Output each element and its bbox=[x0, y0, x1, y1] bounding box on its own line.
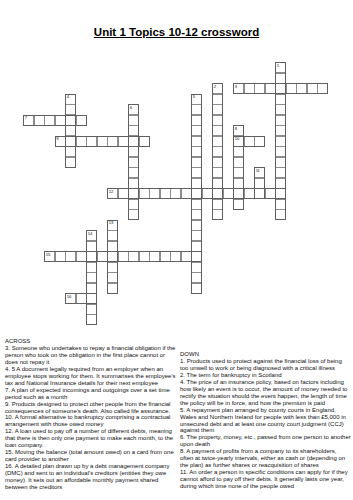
grid-cell[interactable] bbox=[118, 251, 129, 262]
grid-cell[interactable] bbox=[107, 283, 118, 294]
clue-down-5: 8. A payment of profits from a company t… bbox=[180, 448, 351, 469]
grid-cell[interactable] bbox=[191, 115, 202, 126]
grid-cell[interactable] bbox=[191, 167, 202, 178]
clue-across-7: 16. A detailed plan drawn up by a debt m… bbox=[5, 463, 177, 491]
down-clues-column: DOWN 1. Products used to protect against… bbox=[180, 351, 351, 490]
grid-cell[interactable] bbox=[286, 83, 297, 94]
grid-cell[interactable] bbox=[128, 157, 139, 168]
cell-number: 2 bbox=[214, 84, 216, 89]
grid-cell[interactable] bbox=[275, 167, 286, 178]
grid-cell[interactable] bbox=[128, 136, 139, 147]
grid-cell[interactable]: 9 bbox=[55, 136, 66, 147]
grid-cell[interactable] bbox=[233, 199, 244, 210]
grid-cell[interactable] bbox=[191, 262, 202, 273]
grid-cell[interactable]: 7 bbox=[23, 115, 34, 126]
grid-cell[interactable] bbox=[65, 104, 76, 115]
grid-cell[interactable] bbox=[275, 157, 286, 168]
grid-cell[interactable] bbox=[65, 136, 76, 147]
cell-number: 9 bbox=[56, 136, 58, 141]
grid-cell[interactable] bbox=[212, 104, 223, 115]
grid-cell[interactable] bbox=[170, 251, 181, 262]
grid-cell[interactable] bbox=[202, 188, 213, 199]
grid-cell[interactable] bbox=[128, 209, 139, 220]
grid-cell[interactable] bbox=[97, 136, 108, 147]
grid-cell[interactable]: 2 bbox=[212, 83, 223, 94]
grid-cell[interactable] bbox=[275, 209, 286, 220]
grid-cell[interactable]: 15 bbox=[44, 251, 55, 262]
grid-cell[interactable] bbox=[86, 251, 97, 262]
grid-cell[interactable] bbox=[212, 188, 223, 199]
grid-cell[interactable] bbox=[191, 199, 202, 210]
grid-cell[interactable] bbox=[86, 283, 97, 294]
grid-cell[interactable] bbox=[107, 251, 118, 262]
grid-cell[interactable] bbox=[44, 115, 55, 126]
grid-cell[interactable] bbox=[128, 125, 139, 136]
grid-cell[interactable] bbox=[65, 146, 76, 157]
grid-cell[interactable] bbox=[212, 146, 223, 157]
grid-cell[interactable] bbox=[34, 115, 45, 126]
clue-across-4: 10. A formal alternative to bankruptcy c… bbox=[5, 414, 177, 428]
grid-cell[interactable] bbox=[275, 94, 286, 105]
cell-number: 6 bbox=[130, 105, 132, 110]
grid-cell[interactable] bbox=[254, 178, 265, 189]
clue-across-2: 7. A plan of expected incomings and outg… bbox=[5, 387, 177, 401]
clue-down-3: 5. A repayment plan arranged by county c… bbox=[180, 407, 351, 435]
grid-cell[interactable] bbox=[191, 220, 202, 231]
grid-cell[interactable] bbox=[244, 188, 255, 199]
grid-cell[interactable] bbox=[107, 136, 118, 147]
grid-cell[interactable]: 8 bbox=[233, 125, 244, 136]
grid-cell[interactable] bbox=[212, 115, 223, 126]
cell-number: 8 bbox=[235, 126, 237, 131]
grid-cell[interactable]: 3 bbox=[233, 83, 244, 94]
grid-cell[interactable] bbox=[254, 83, 265, 94]
cell-number: 15 bbox=[46, 252, 50, 257]
grid-cell[interactable] bbox=[86, 304, 97, 315]
grid-cell[interactable] bbox=[233, 178, 244, 189]
clue-down-4: 6. The property, money, etc., passed fro… bbox=[180, 434, 351, 448]
grid-cell[interactable] bbox=[254, 136, 265, 147]
grid-cell[interactable] bbox=[86, 241, 97, 252]
grid-cell[interactable] bbox=[212, 199, 223, 210]
grid-cell[interactable] bbox=[55, 251, 66, 262]
grid-cell[interactable] bbox=[244, 136, 255, 147]
grid-cell[interactable] bbox=[107, 272, 118, 283]
clue-down-1: 2. The term for bankruptcy in Scotland bbox=[180, 372, 351, 379]
grid-cell[interactable] bbox=[275, 104, 286, 115]
clue-across-5: 12. A loan used to pay off a number of d… bbox=[5, 428, 177, 449]
grid-cell[interactable] bbox=[128, 199, 139, 210]
grid-cell[interactable] bbox=[275, 73, 286, 84]
grid-cell[interactable] bbox=[275, 146, 286, 157]
grid-cell[interactable]: 6 bbox=[128, 104, 139, 115]
grid-cell[interactable]: 14 bbox=[86, 230, 97, 241]
grid-cell[interactable] bbox=[212, 209, 223, 220]
grid-cell[interactable] bbox=[107, 230, 118, 241]
grid-cell[interactable] bbox=[65, 157, 76, 168]
grid-cell[interactable] bbox=[212, 125, 223, 136]
grid-cell[interactable]: 10 bbox=[233, 136, 244, 147]
grid-cell[interactable] bbox=[65, 125, 76, 136]
grid-cell[interactable]: 11 bbox=[254, 167, 265, 178]
grid-cell[interactable] bbox=[233, 188, 244, 199]
grid-cell[interactable] bbox=[275, 83, 286, 94]
cell-number: 16 bbox=[67, 294, 71, 299]
grid-cell[interactable] bbox=[265, 188, 276, 199]
grid-cell[interactable] bbox=[160, 251, 171, 262]
grid-cell[interactable] bbox=[149, 251, 160, 262]
grid-cell[interactable]: 13 bbox=[107, 220, 118, 231]
grid-cell[interactable] bbox=[191, 283, 202, 294]
cell-number: 5 bbox=[193, 94, 195, 99]
grid-cell[interactable] bbox=[86, 293, 97, 304]
grid-cell[interactable] bbox=[275, 125, 286, 136]
grid-cell[interactable] bbox=[128, 188, 139, 199]
grid-cell[interactable] bbox=[128, 178, 139, 189]
grid-cell[interactable] bbox=[65, 115, 76, 126]
grid-cell[interactable] bbox=[233, 146, 244, 157]
grid-cell[interactable] bbox=[191, 272, 202, 283]
cell-number: 13 bbox=[109, 220, 113, 225]
clue-down-0: 1. Products used to protect against the … bbox=[180, 358, 351, 372]
grid-cell[interactable] bbox=[191, 104, 202, 115]
grid-cell[interactable] bbox=[223, 188, 234, 199]
cell-number: 11 bbox=[256, 168, 260, 173]
grid-cell[interactable] bbox=[191, 146, 202, 157]
grid-cell[interactable]: 16 bbox=[65, 293, 76, 304]
grid-cell[interactable] bbox=[244, 83, 255, 94]
clue-across-6: 15. Moving the balance (total amount owe… bbox=[5, 449, 177, 463]
grid-cell[interactable] bbox=[86, 272, 97, 283]
grid-cell[interactable] bbox=[191, 251, 202, 262]
grid-cell[interactable] bbox=[212, 157, 223, 168]
grid-cell[interactable] bbox=[181, 251, 192, 262]
grid-cell[interactable] bbox=[160, 188, 171, 199]
grid-cell[interactable] bbox=[275, 136, 286, 147]
grid-cell[interactable] bbox=[128, 146, 139, 157]
grid-cell[interactable] bbox=[191, 125, 202, 136]
grid-cell[interactable]: 12 bbox=[107, 188, 118, 199]
cell-number: 10 bbox=[235, 136, 239, 141]
grid-cell[interactable] bbox=[76, 136, 87, 147]
grid-cell[interactable]: 4 bbox=[65, 94, 76, 105]
grid-cell[interactable] bbox=[212, 167, 223, 178]
cell-number: 1 bbox=[277, 63, 279, 68]
grid-cell[interactable]: 1 bbox=[275, 62, 286, 73]
grid-cell[interactable] bbox=[76, 293, 87, 304]
crossword-grid: 12345678109111213141516 bbox=[0, 0, 353, 353]
grid-cell[interactable] bbox=[191, 241, 202, 252]
grid-cell[interactable] bbox=[149, 188, 160, 199]
grid-cell[interactable] bbox=[275, 199, 286, 210]
grid-cell[interactable] bbox=[191, 136, 202, 147]
grid-cell[interactable]: 5 bbox=[191, 94, 202, 105]
across-clues-column: ACROSS 3. Someone who undertakes to repa… bbox=[5, 338, 177, 491]
grid-cell[interactable] bbox=[107, 241, 118, 252]
grid-cell[interactable] bbox=[191, 188, 202, 199]
grid-cell[interactable] bbox=[118, 136, 129, 147]
clue-down-6: 11. An order a person in specific condit… bbox=[180, 469, 351, 490]
grid-cell[interactable] bbox=[317, 83, 328, 94]
grid-cell[interactable] bbox=[191, 209, 202, 220]
grid-cell[interactable] bbox=[233, 167, 244, 178]
grid-cell[interactable] bbox=[86, 262, 97, 273]
grid-cell[interactable] bbox=[86, 314, 97, 325]
grid-cell[interactable] bbox=[212, 136, 223, 147]
cell-number: 3 bbox=[235, 84, 237, 89]
grid-cell[interactable] bbox=[191, 230, 202, 241]
grid-cell[interactable] bbox=[275, 188, 286, 199]
worksheet-page: Unit 1 Topics 10-12 crossword 1234567810… bbox=[0, 0, 353, 500]
cell-number: 4 bbox=[67, 94, 69, 99]
grid-cell[interactable] bbox=[76, 251, 87, 262]
grid-cell[interactable] bbox=[307, 83, 318, 94]
grid-cell[interactable] bbox=[181, 188, 192, 199]
across-header: ACROSS bbox=[5, 338, 177, 345]
grid-cell[interactable] bbox=[107, 262, 118, 273]
grid-cell[interactable] bbox=[86, 136, 97, 147]
grid-cell[interactable] bbox=[170, 188, 181, 199]
cell-number: 12 bbox=[109, 189, 113, 194]
grid-cell[interactable] bbox=[191, 157, 202, 168]
grid-cell[interactable] bbox=[212, 94, 223, 105]
grid-cell[interactable] bbox=[139, 136, 150, 147]
grid-cell[interactable] bbox=[118, 188, 129, 199]
grid-cell[interactable] bbox=[296, 83, 307, 94]
grid-cell[interactable] bbox=[139, 188, 150, 199]
grid-cell[interactable] bbox=[139, 251, 150, 262]
grid-cell[interactable] bbox=[128, 115, 139, 126]
clue-across-0: 3. Someone who undertakes to repay a fin… bbox=[5, 345, 177, 366]
grid-cell[interactable] bbox=[212, 178, 223, 189]
grid-cell[interactable] bbox=[97, 251, 108, 262]
grid-cell[interactable] bbox=[55, 115, 66, 126]
grid-cell[interactable] bbox=[128, 167, 139, 178]
grid-cell[interactable] bbox=[275, 178, 286, 189]
grid-cell[interactable] bbox=[254, 188, 265, 199]
clue-down-2: 4. The price of an insurance policy, bas… bbox=[180, 379, 351, 407]
clue-across-3: 9. Products designed to protect other pe… bbox=[5, 401, 177, 415]
grid-cell[interactable] bbox=[128, 251, 139, 262]
down-header: DOWN bbox=[180, 351, 351, 358]
grid-cell[interactable] bbox=[76, 115, 87, 126]
across-clue-list: 3. Someone who undertakes to repay a fin… bbox=[5, 345, 177, 491]
grid-cell[interactable] bbox=[65, 251, 76, 262]
clue-across-1: 4. 5 A document legally required from an… bbox=[5, 366, 177, 387]
cell-number: 7 bbox=[25, 115, 27, 120]
grid-cell[interactable] bbox=[191, 178, 202, 189]
grid-cell[interactable] bbox=[275, 115, 286, 126]
grid-cell[interactable] bbox=[265, 83, 276, 94]
cell-number: 14 bbox=[88, 231, 92, 236]
grid-cell[interactable] bbox=[233, 157, 244, 168]
down-clue-list: 1. Products used to protect against the … bbox=[180, 358, 351, 490]
